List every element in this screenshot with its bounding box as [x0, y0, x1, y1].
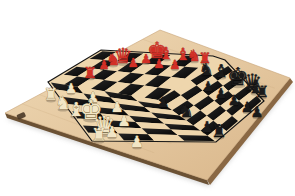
white-pawn[interactable]: ♟	[105, 123, 119, 141]
black-pawn[interactable]: ♟	[215, 85, 227, 101]
black-pawn[interactable]: ♟	[202, 79, 214, 94]
white-pawn[interactable]: ♟	[117, 112, 130, 129]
three-player-chess-board: ♚♝♝♞♛♟♜♞♟♟♟♟♞♝♜♚♛♟♝♟♜♟♜♟♟♟♞♟♟♝♟♞♚♟♟♛♜♟♜♟	[0, 0, 295, 196]
red-pawn[interactable]: ♟	[169, 57, 180, 72]
red-pawn[interactable]: ♟	[98, 57, 109, 72]
black-rook[interactable]: ♜	[211, 121, 227, 141]
black-pawn[interactable]: ♟	[251, 104, 264, 120]
black-knight[interactable]: ♞	[178, 100, 195, 121]
black-knight[interactable]: ♞	[199, 60, 214, 79]
scene: ♚♝♝♞♛♟♜♞♟♟♟♟♞♝♜♚♛♟♝♟♜♟♜♟♟♟♞♟♟♝♟♞♚♟♟♛♜♟♜♟	[0, 0, 295, 196]
red-pawn[interactable]: ♟	[140, 51, 151, 66]
black-pawn[interactable]: ♟	[157, 94, 170, 110]
black-pawn[interactable]: ♟	[228, 92, 240, 108]
red-pawn[interactable]: ♟	[127, 55, 138, 70]
black-rook[interactable]: ♜	[255, 82, 269, 101]
white-pawn[interactable]: ♟	[130, 133, 144, 151]
white-rook[interactable]: ♜	[91, 125, 107, 145]
red-rook[interactable]: ♜	[83, 64, 96, 82]
red-pawn[interactable]: ♟	[153, 56, 164, 71]
